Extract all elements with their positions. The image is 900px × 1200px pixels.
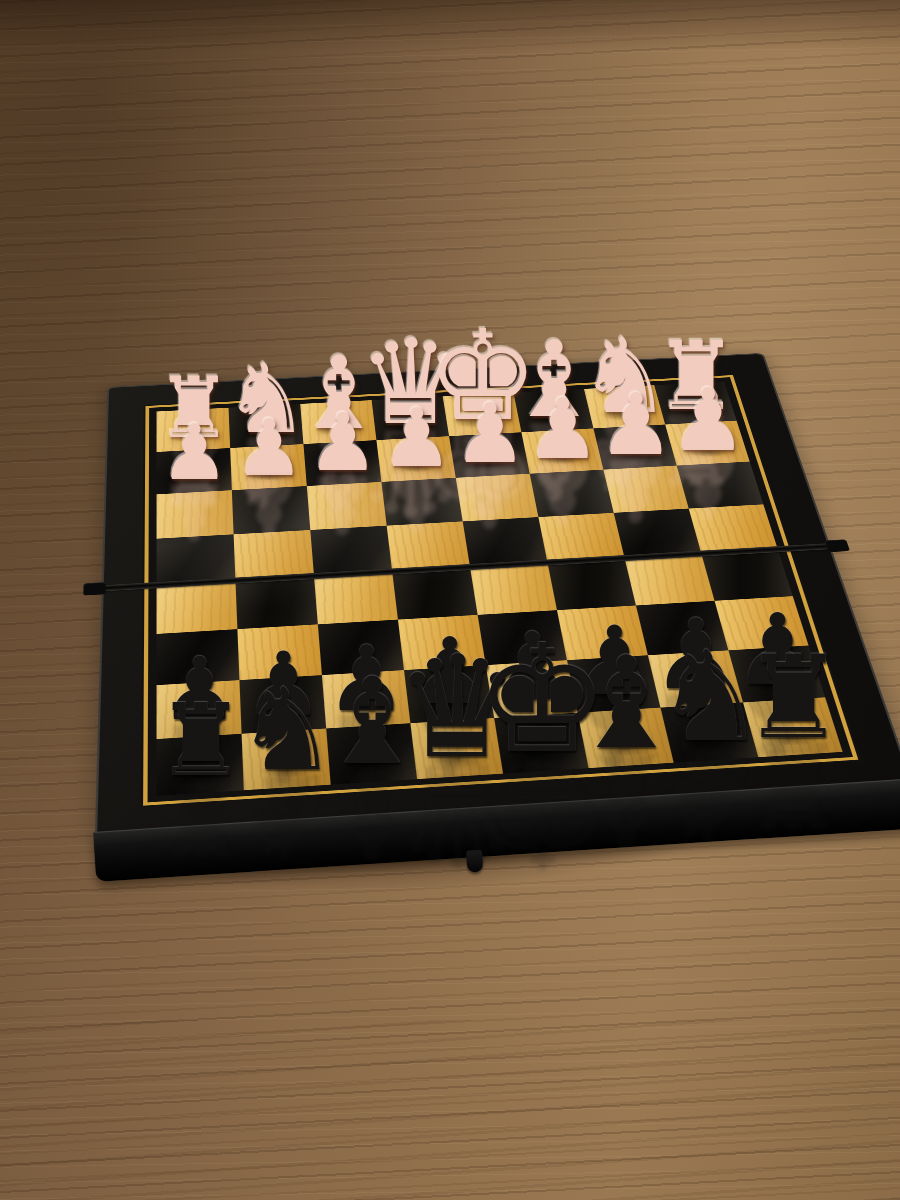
piece-reflection: ♟ bbox=[453, 464, 527, 528]
square-center-marker bbox=[513, 588, 515, 589]
white-pawn[interactable]: ♟♟ bbox=[307, 412, 378, 474]
square-r4c4[interactable] bbox=[470, 563, 557, 615]
square-center-marker bbox=[434, 593, 436, 594]
square-center-marker bbox=[197, 607, 199, 608]
square-center-marker bbox=[351, 550, 353, 551]
white-pawn[interactable]: ♟♟ bbox=[526, 397, 601, 462]
square-center-marker bbox=[669, 579, 671, 580]
white-pawn[interactable]: ♟♟ bbox=[598, 392, 674, 458]
hinge-right bbox=[825, 539, 851, 552]
piece-reflection: ♟ bbox=[234, 476, 304, 537]
piece-reflection: ♟ bbox=[669, 451, 746, 518]
piece-reflection: ♟ bbox=[160, 480, 229, 540]
piece-reflection: ♟ bbox=[380, 468, 453, 531]
black-rook[interactable]: ♜♜ bbox=[742, 653, 845, 742]
square-center-marker bbox=[276, 602, 278, 603]
square-center-marker bbox=[196, 559, 198, 560]
white-pawn[interactable]: ♟♟ bbox=[234, 417, 304, 478]
white-pawn[interactable]: ♟♟ bbox=[380, 407, 453, 470]
white-pawn[interactable]: ♟♟ bbox=[160, 423, 229, 483]
piece-reflection: ♟ bbox=[307, 472, 378, 534]
piece-reflection: ♜ bbox=[742, 738, 845, 827]
square-r4c1[interactable] bbox=[235, 576, 317, 629]
square-r4c5[interactable] bbox=[547, 558, 635, 610]
square-r4c3[interactable] bbox=[392, 567, 477, 620]
square-center-marker bbox=[273, 555, 275, 556]
white-pawn[interactable]: ♟♟ bbox=[453, 402, 527, 466]
white-pawn[interactable]: ♟♟ bbox=[669, 387, 746, 454]
square-r4c2[interactable] bbox=[314, 572, 398, 625]
hinge-left bbox=[83, 582, 106, 596]
square-center-marker bbox=[747, 575, 749, 576]
square-center-marker bbox=[356, 597, 358, 598]
piece-reflection: ♜ bbox=[156, 777, 246, 855]
piece-reflection: ♟ bbox=[598, 455, 674, 521]
black-rook[interactable]: ♜♜ bbox=[156, 702, 246, 780]
square-r4c0[interactable] bbox=[157, 581, 238, 634]
photo-scene: ♜♜♞♞♝♝♛♛♚♚♝♝♞♞♜♜♟♟♟♟♟♟♟♟♟♟♟♟♟♟♟♟♟♟♟♟♟♟♟♟… bbox=[0, 0, 900, 1200]
piece-reflection: ♟ bbox=[526, 459, 601, 524]
square-center-marker bbox=[591, 584, 593, 585]
